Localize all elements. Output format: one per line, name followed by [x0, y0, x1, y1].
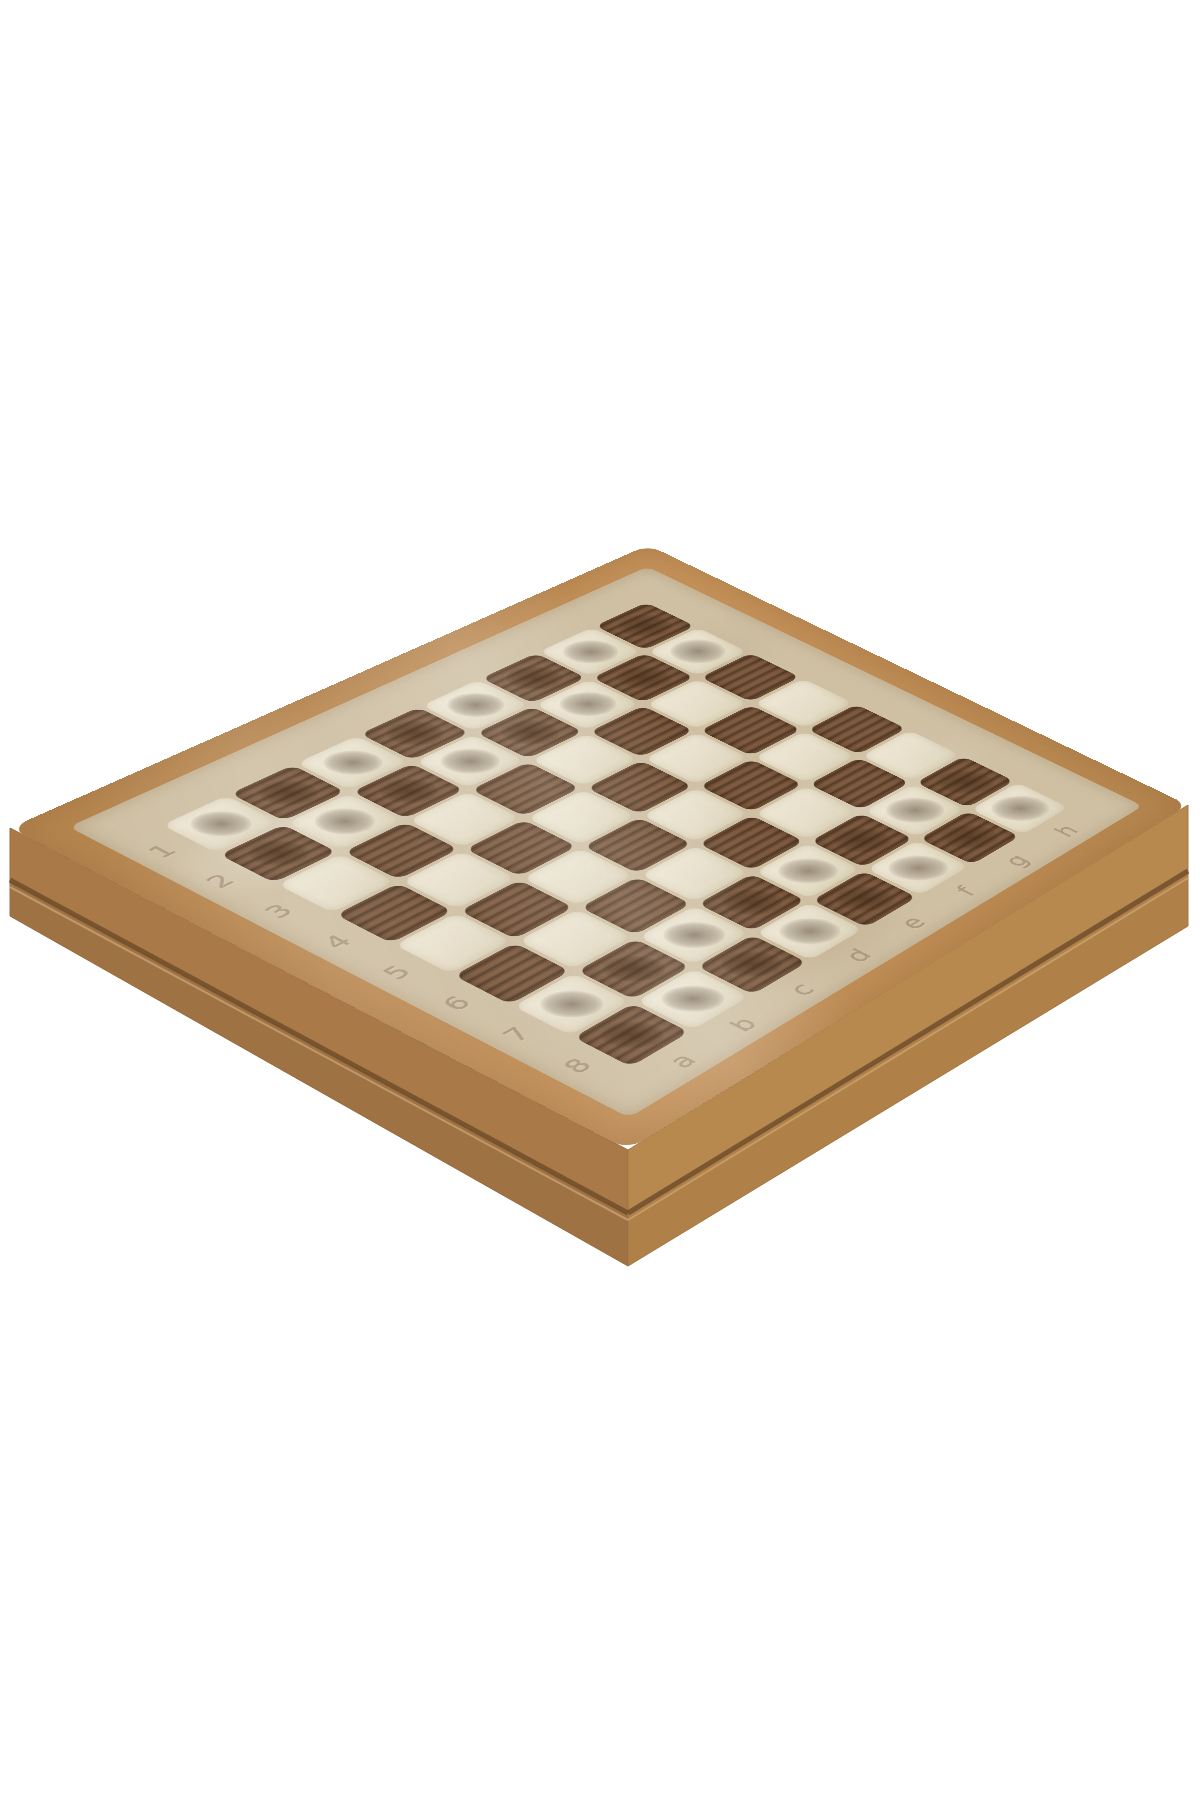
- pieces-layer: ♜♞♝♛♚♝♞♜♟♟♟♟♟♟♟♟♟♟♟♟♟♟♟♟♜♞♝♛♚♝♞♜: [0, 0, 1200, 1800]
- product-photo-scene: 12345678abcdefgh ♜♞♝♛♚♝♞♜♟♟♟♟♟♟♟♟♟♟♟♟♟♟♟…: [0, 0, 1200, 1800]
